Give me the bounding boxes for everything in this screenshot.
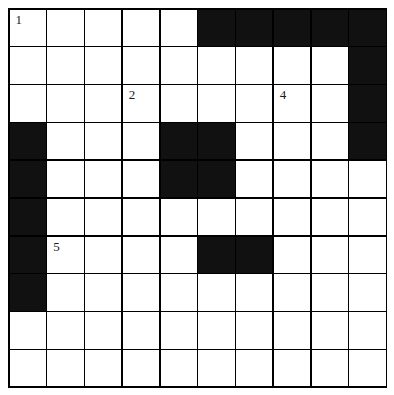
cell-r0-c4[interactable]: [161, 10, 197, 46]
cell-r7-c1[interactable]: [47, 274, 83, 310]
block-cell-r3-c4: [161, 123, 197, 159]
cell-r5-c7[interactable]: [274, 199, 310, 235]
block-cell-r3-c9: [349, 123, 385, 159]
block-cell-r0-c7: [274, 10, 310, 46]
clue-number: 4: [280, 88, 287, 101]
cell-r7-c3[interactable]: [123, 274, 159, 310]
cell-r9-c7[interactable]: [274, 350, 310, 386]
cell-r4-c7[interactable]: [274, 161, 310, 197]
cell-r2-c3[interactable]: 2: [123, 85, 159, 121]
cell-r9-c4[interactable]: [161, 350, 197, 386]
cell-r6-c4[interactable]: [161, 237, 197, 273]
clue-number: 1: [16, 13, 23, 26]
cell-r9-c5[interactable]: [198, 350, 234, 386]
cell-r5-c3[interactable]: [123, 199, 159, 235]
cell-r4-c1[interactable]: [47, 161, 83, 197]
cell-r5-c4[interactable]: [161, 199, 197, 235]
cell-r3-c7[interactable]: [274, 123, 310, 159]
cell-r6-c9[interactable]: [349, 237, 385, 273]
clue-number: 2: [129, 88, 136, 101]
cell-r5-c9[interactable]: [349, 199, 385, 235]
cell-r8-c0[interactable]: [10, 312, 46, 348]
cell-r7-c7[interactable]: [274, 274, 310, 310]
puzzle-page: 1245: [0, 0, 394, 395]
block-cell-r6-c5: [198, 237, 234, 273]
cell-r8-c4[interactable]: [161, 312, 197, 348]
cell-r4-c3[interactable]: [123, 161, 159, 197]
block-cell-r4-c0: [10, 161, 46, 197]
cell-r6-c2[interactable]: [85, 237, 121, 273]
cell-r4-c8[interactable]: [312, 161, 348, 197]
cell-r1-c1[interactable]: [47, 47, 83, 83]
cell-r5-c8[interactable]: [312, 199, 348, 235]
block-cell-r6-c0: [10, 237, 46, 273]
cell-r5-c2[interactable]: [85, 199, 121, 235]
block-cell-r2-c9: [349, 85, 385, 121]
cell-r2-c0[interactable]: [10, 85, 46, 121]
cell-r4-c2[interactable]: [85, 161, 121, 197]
cell-r3-c6[interactable]: [236, 123, 272, 159]
cell-r7-c5[interactable]: [198, 274, 234, 310]
cell-r6-c3[interactable]: [123, 237, 159, 273]
cell-r6-c7[interactable]: [274, 237, 310, 273]
block-cell-r5-c0: [10, 199, 46, 235]
cell-r8-c2[interactable]: [85, 312, 121, 348]
cell-r3-c2[interactable]: [85, 123, 121, 159]
cell-r2-c6[interactable]: [236, 85, 272, 121]
clue-number: 5: [53, 240, 60, 253]
cell-r2-c1[interactable]: [47, 85, 83, 121]
cell-r2-c2[interactable]: [85, 85, 121, 121]
cell-r2-c5[interactable]: [198, 85, 234, 121]
cell-r5-c5[interactable]: [198, 199, 234, 235]
cell-r2-c8[interactable]: [312, 85, 348, 121]
cell-r2-c4[interactable]: [161, 85, 197, 121]
cell-r7-c2[interactable]: [85, 274, 121, 310]
cell-r3-c3[interactable]: [123, 123, 159, 159]
cell-r8-c6[interactable]: [236, 312, 272, 348]
block-cell-r0-c5: [198, 10, 234, 46]
cell-r0-c2[interactable]: [85, 10, 121, 46]
cell-r8-c8[interactable]: [312, 312, 348, 348]
cell-r9-c8[interactable]: [312, 350, 348, 386]
cell-r4-c9[interactable]: [349, 161, 385, 197]
cell-r4-c6[interactable]: [236, 161, 272, 197]
cell-r7-c9[interactable]: [349, 274, 385, 310]
cell-r8-c3[interactable]: [123, 312, 159, 348]
cell-r8-c1[interactable]: [47, 312, 83, 348]
block-cell-r4-c4: [161, 161, 197, 197]
cell-r1-c2[interactable]: [85, 47, 121, 83]
cell-r0-c1[interactable]: [47, 10, 83, 46]
cell-r6-c1[interactable]: 5: [47, 237, 83, 273]
cell-r9-c2[interactable]: [85, 350, 121, 386]
cell-r8-c9[interactable]: [349, 312, 385, 348]
cell-r1-c0[interactable]: [10, 47, 46, 83]
block-cell-r7-c0: [10, 274, 46, 310]
cell-r1-c8[interactable]: [312, 47, 348, 83]
cell-r6-c8[interactable]: [312, 237, 348, 273]
cell-r9-c0[interactable]: [10, 350, 46, 386]
cell-r1-c6[interactable]: [236, 47, 272, 83]
cell-r1-c7[interactable]: [274, 47, 310, 83]
cell-r3-c1[interactable]: [47, 123, 83, 159]
cell-r0-c0[interactable]: 1: [10, 10, 46, 46]
crossword-grid: 1245: [8, 8, 387, 388]
cell-r3-c8[interactable]: [312, 123, 348, 159]
cell-r5-c1[interactable]: [47, 199, 83, 235]
block-cell-r4-c5: [198, 161, 234, 197]
cell-r7-c8[interactable]: [312, 274, 348, 310]
cell-r9-c9[interactable]: [349, 350, 385, 386]
cell-r7-c4[interactable]: [161, 274, 197, 310]
block-cell-r0-c8: [312, 10, 348, 46]
cell-r9-c1[interactable]: [47, 350, 83, 386]
cell-r2-c7[interactable]: 4: [274, 85, 310, 121]
block-cell-r0-c6: [236, 10, 272, 46]
cell-r1-c3[interactable]: [123, 47, 159, 83]
cell-r9-c3[interactable]: [123, 350, 159, 386]
cell-r7-c6[interactable]: [236, 274, 272, 310]
block-cell-r6-c6: [236, 237, 272, 273]
block-cell-r3-c5: [198, 123, 234, 159]
cell-r1-c5[interactable]: [198, 47, 234, 83]
cell-r9-c6[interactable]: [236, 350, 272, 386]
block-cell-r1-c9: [349, 47, 385, 83]
cell-r0-c3[interactable]: [123, 10, 159, 46]
cell-r8-c5[interactable]: [198, 312, 234, 348]
block-cell-r3-c0: [10, 123, 46, 159]
cell-r5-c6[interactable]: [236, 199, 272, 235]
cell-r8-c7[interactable]: [274, 312, 310, 348]
block-cell-r0-c9: [349, 10, 385, 46]
cell-r1-c4[interactable]: [161, 47, 197, 83]
